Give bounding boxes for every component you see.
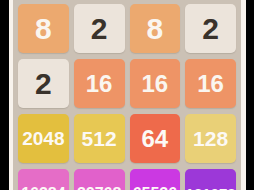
tile-65536: 65536 (130, 169, 181, 190)
game-screen: 8282216161620485126412816384327686553613… (0, 0, 254, 190)
tile-128: 128 (185, 114, 236, 163)
tile-16384: 16384 (18, 169, 69, 190)
tile-2: 2 (185, 4, 236, 53)
board-grid[interactable]: 8282216161620485126412816384327686553613… (18, 4, 236, 190)
tile-2048: 2048 (18, 114, 69, 163)
tile-512: 512 (74, 114, 125, 163)
tile-64: 64 (130, 114, 181, 163)
tile-16: 16 (74, 59, 125, 108)
letterbox-right (246, 0, 254, 190)
tile-2: 2 (18, 59, 69, 108)
tile-16: 16 (185, 59, 236, 108)
tile-32768: 32768 (74, 169, 125, 190)
tile-131072: 131072 (185, 169, 236, 190)
letterbox-left (0, 0, 9, 190)
tile-2: 2 (74, 4, 125, 53)
tile-8: 8 (130, 4, 181, 53)
board: 8282216161620485126412816384327686553613… (13, 0, 241, 190)
tile-16: 16 (130, 59, 181, 108)
tile-8: 8 (18, 4, 69, 53)
